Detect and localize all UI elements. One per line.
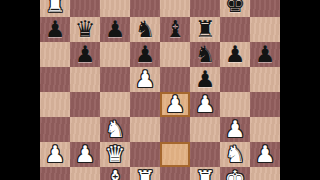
square-b7: ♛ xyxy=(70,17,100,42)
white-pawn-g3: ♟ xyxy=(220,117,250,142)
square-c3: ♞ xyxy=(100,117,130,142)
square-e8 xyxy=(160,0,190,17)
square-a7: ♟ xyxy=(40,17,70,42)
square-b1 xyxy=(70,167,100,180)
white-knight-g2: ♞ xyxy=(220,142,250,167)
square-f8 xyxy=(190,0,220,17)
black-pawn-d6: ♟ xyxy=(130,42,160,67)
black-bishop-e7: ♝ xyxy=(160,17,190,42)
square-f3 xyxy=(190,117,220,142)
square-a5 xyxy=(40,67,70,92)
square-g5 xyxy=(220,67,250,92)
black-pawn-b6: ♟ xyxy=(70,42,100,67)
chess-board: ♜♚♟♛♟♞♝♜♟♟♞♟♟♟♟♟♟♞♟♟♟♛♞♟♝♜♜♚ xyxy=(40,0,280,180)
black-pawn-c7: ♟ xyxy=(100,17,130,42)
square-a2: ♟ xyxy=(40,142,70,167)
black-pawn-a7: ♟ xyxy=(40,17,70,42)
square-c8 xyxy=(100,0,130,17)
letterbox-right xyxy=(280,0,320,180)
square-e6 xyxy=(160,42,190,67)
square-d5: ♟ xyxy=(130,67,160,92)
square-e4: ♟ xyxy=(160,92,190,117)
square-b6: ♟ xyxy=(70,42,100,67)
square-b4 xyxy=(70,92,100,117)
square-d4 xyxy=(130,92,160,117)
square-d2 xyxy=(130,142,160,167)
square-h8 xyxy=(250,0,280,17)
square-e5 xyxy=(160,67,190,92)
square-g6: ♟ xyxy=(220,42,250,67)
square-f6: ♞ xyxy=(190,42,220,67)
square-g2: ♞ xyxy=(220,142,250,167)
square-d8 xyxy=(130,0,160,17)
black-king-g8: ♚ xyxy=(220,0,250,17)
square-d3 xyxy=(130,117,160,142)
square-b2: ♟ xyxy=(70,142,100,167)
letterbox-left xyxy=(0,0,40,180)
square-h5 xyxy=(250,67,280,92)
square-d1: ♜ xyxy=(130,167,160,180)
square-e7: ♝ xyxy=(160,17,190,42)
square-g4 xyxy=(220,92,250,117)
square-a3 xyxy=(40,117,70,142)
square-a4 xyxy=(40,92,70,117)
black-pawn-h6: ♟ xyxy=(250,42,280,67)
square-a6 xyxy=(40,42,70,67)
white-rook-d1: ♜ xyxy=(130,167,160,180)
square-h6: ♟ xyxy=(250,42,280,67)
square-c5 xyxy=(100,67,130,92)
square-g3: ♟ xyxy=(220,117,250,142)
square-e1 xyxy=(160,167,190,180)
square-a8: ♜ xyxy=(40,0,70,17)
square-c4 xyxy=(100,92,130,117)
square-e3 xyxy=(160,117,190,142)
square-h1 xyxy=(250,167,280,180)
white-pawn-f4: ♟ xyxy=(190,92,220,117)
square-d6: ♟ xyxy=(130,42,160,67)
square-b3 xyxy=(70,117,100,142)
white-pawn-b2: ♟ xyxy=(70,142,100,167)
white-pawn-d5: ♟ xyxy=(130,67,160,92)
square-f5: ♟ xyxy=(190,67,220,92)
video-frame[interactable]: ♜♚♟♛♟♞♝♜♟♟♞♟♟♟♟♟♟♞♟♟♟♛♞♟♝♜♜♚ xyxy=(0,0,320,180)
square-f1: ♜ xyxy=(190,167,220,180)
white-pawn-a2: ♟ xyxy=(40,142,70,167)
square-b8 xyxy=(70,0,100,17)
black-pawn-f5: ♟ xyxy=(190,67,220,92)
black-queen-b7: ♛ xyxy=(70,17,100,42)
white-rook-a8: ♜ xyxy=(40,0,70,17)
square-a1 xyxy=(40,167,70,180)
white-pawn-e4: ♟ xyxy=(160,92,190,117)
square-e2 xyxy=(160,142,190,167)
black-knight-d7: ♞ xyxy=(130,17,160,42)
square-d7: ♞ xyxy=(130,17,160,42)
square-g8: ♚ xyxy=(220,0,250,17)
black-knight-f6: ♞ xyxy=(190,42,220,67)
square-h4 xyxy=(250,92,280,117)
square-c6 xyxy=(100,42,130,67)
square-h3 xyxy=(250,117,280,142)
square-h7 xyxy=(250,17,280,42)
square-f4: ♟ xyxy=(190,92,220,117)
square-b5 xyxy=(70,67,100,92)
black-rook-f7: ♜ xyxy=(190,17,220,42)
square-c1: ♝ xyxy=(100,167,130,180)
white-rook-f1: ♜ xyxy=(190,167,220,180)
black-pawn-g6: ♟ xyxy=(220,42,250,67)
square-g7 xyxy=(220,17,250,42)
white-bishop-c1: ♝ xyxy=(100,167,130,180)
white-queen-c2: ♛ xyxy=(100,142,130,167)
square-c2: ♛ xyxy=(100,142,130,167)
white-knight-c3: ♞ xyxy=(100,117,130,142)
square-h2: ♟ xyxy=(250,142,280,167)
white-king-g1: ♚ xyxy=(220,167,250,180)
white-pawn-h2: ♟ xyxy=(250,142,280,167)
square-g1: ♚ xyxy=(220,167,250,180)
square-f2 xyxy=(190,142,220,167)
square-f7: ♜ xyxy=(190,17,220,42)
square-c7: ♟ xyxy=(100,17,130,42)
